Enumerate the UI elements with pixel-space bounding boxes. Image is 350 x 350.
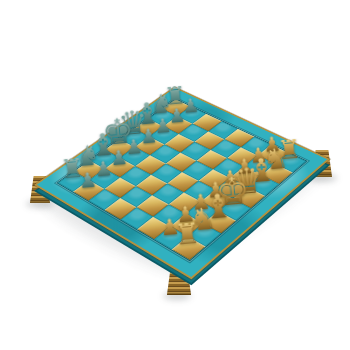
- chess-board: ♜♟♟♜♞♟♟♞♝♟♟♝♛♟♟♛♚♟♟♚♝♟♟♝♞♟♟♞♜♟♟♜: [37, 88, 327, 277]
- rook-glyph: ♜: [174, 220, 202, 249]
- piece-white-rook-h1[interactable]: ♜: [165, 196, 209, 249]
- pawn-glyph: ♟: [78, 170, 98, 191]
- square-h1[interactable]: ♜: [172, 236, 206, 260]
- piece-black-pawn-h7[interactable]: ♟: [67, 142, 107, 192]
- chess-set-photo: ♜♟♟♜♞♟♟♞♝♟♟♝♛♟♟♛♚♟♟♚♝♟♟♝♞♟♟♞♜♟♟♜: [0, 0, 350, 350]
- square-h7[interactable]: ♟: [73, 180, 104, 201]
